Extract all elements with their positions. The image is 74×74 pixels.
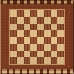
chess-board-photo	[0, 0, 74, 74]
square-e2[interactable]	[37, 51, 44, 58]
square-g4[interactable]	[51, 37, 58, 44]
square-b8[interactable]	[17, 10, 24, 17]
square-d8[interactable]	[30, 10, 37, 17]
square-d4[interactable]	[30, 37, 37, 44]
square-d3[interactable]	[30, 44, 37, 51]
square-c5[interactable]	[24, 30, 31, 37]
board-top-edge-inlay	[0, 0, 74, 4]
square-f7[interactable]	[44, 17, 51, 24]
square-f2[interactable]	[44, 51, 51, 58]
square-h2[interactable]	[57, 51, 64, 58]
chess-board	[10, 10, 64, 64]
square-e7[interactable]	[37, 17, 44, 24]
square-e1[interactable]	[37, 57, 44, 64]
square-d6[interactable]	[30, 24, 37, 31]
square-c6[interactable]	[24, 24, 31, 31]
board-bottom-edge-inlay	[0, 69, 74, 74]
square-h6[interactable]	[57, 24, 64, 31]
square-f5[interactable]	[44, 30, 51, 37]
square-c7[interactable]	[24, 17, 31, 24]
board-right-edge	[73, 0, 74, 74]
square-g7[interactable]	[51, 17, 58, 24]
square-a1[interactable]	[10, 57, 17, 64]
square-a5[interactable]	[10, 30, 17, 37]
square-e8[interactable]	[37, 10, 44, 17]
square-a6[interactable]	[10, 24, 17, 31]
square-h1[interactable]	[57, 57, 64, 64]
square-f4[interactable]	[44, 37, 51, 44]
square-c1[interactable]	[24, 57, 31, 64]
square-e4[interactable]	[37, 37, 44, 44]
square-h5[interactable]	[57, 30, 64, 37]
square-f1[interactable]	[44, 57, 51, 64]
square-e5[interactable]	[37, 30, 44, 37]
square-a3[interactable]	[10, 44, 17, 51]
square-h7[interactable]	[57, 17, 64, 24]
square-b2[interactable]	[17, 51, 24, 58]
square-h3[interactable]	[57, 44, 64, 51]
square-g2[interactable]	[51, 51, 58, 58]
square-d1[interactable]	[30, 57, 37, 64]
square-b7[interactable]	[17, 17, 24, 24]
square-a4[interactable]	[10, 37, 17, 44]
square-f3[interactable]	[44, 44, 51, 51]
square-d2[interactable]	[30, 51, 37, 58]
square-b6[interactable]	[17, 24, 24, 31]
square-g3[interactable]	[51, 44, 58, 51]
square-c8[interactable]	[24, 10, 31, 17]
square-c3[interactable]	[24, 44, 31, 51]
square-h4[interactable]	[57, 37, 64, 44]
square-g5[interactable]	[51, 30, 58, 37]
square-g1[interactable]	[51, 57, 58, 64]
square-d5[interactable]	[30, 30, 37, 37]
board-left-edge	[0, 0, 1, 74]
square-g8[interactable]	[51, 10, 58, 17]
square-b4[interactable]	[17, 37, 24, 44]
square-h8[interactable]	[57, 10, 64, 17]
square-a7[interactable]	[10, 17, 17, 24]
square-c2[interactable]	[24, 51, 31, 58]
square-g6[interactable]	[51, 24, 58, 31]
square-c4[interactable]	[24, 37, 31, 44]
square-d7[interactable]	[30, 17, 37, 24]
square-f8[interactable]	[44, 10, 51, 17]
square-e6[interactable]	[37, 24, 44, 31]
square-b1[interactable]	[17, 57, 24, 64]
square-b3[interactable]	[17, 44, 24, 51]
square-a8[interactable]	[10, 10, 17, 17]
square-f6[interactable]	[44, 24, 51, 31]
square-b5[interactable]	[17, 30, 24, 37]
square-a2[interactable]	[10, 51, 17, 58]
square-e3[interactable]	[37, 44, 44, 51]
